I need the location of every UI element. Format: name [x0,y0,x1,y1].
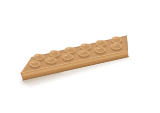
stud-glint [98,41,101,42]
stud [111,43,122,52]
stud-glint [48,58,51,59]
stud-glint [32,62,35,63]
stud-glint [51,52,54,53]
stud [30,61,41,70]
stud [46,57,57,66]
stud-glint [81,51,84,52]
stud-glint [67,48,70,49]
stud [79,50,90,59]
lego-plate-photo [0,0,160,113]
stud [62,54,73,63]
stud-glint [64,55,67,56]
product-photo-canvas [0,0,160,113]
stud-glint [113,44,116,45]
stud-glint [82,45,85,46]
stud-glint [113,38,116,39]
stud-glint [97,48,100,49]
stud-glint [36,55,39,56]
stud [95,47,106,56]
